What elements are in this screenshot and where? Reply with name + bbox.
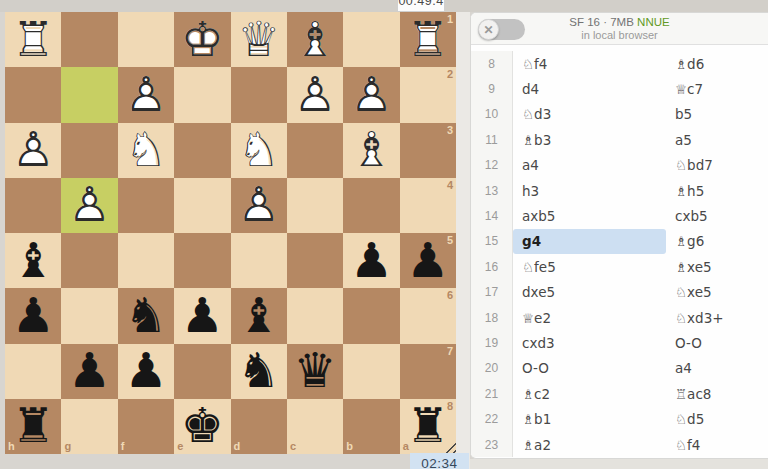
black-pawn: ♟	[343, 233, 399, 288]
square-a8[interactable]: 8a♜	[400, 399, 456, 454]
move-list: 8♘f4♗d69d4♕c710♘d3b511♗b3a512a4♘bd713h3♗…	[471, 45, 768, 457]
engine-panel-header: ✕ SF 16 · 7MB NNUE in local browser	[471, 13, 768, 45]
square-f3[interactable]: ♞♘	[118, 123, 174, 178]
black-knight: ♞	[231, 344, 287, 399]
square-h1[interactable]: ♜♖	[5, 12, 61, 67]
square-d3[interactable]: ♞♘	[231, 123, 287, 178]
move-9-white[interactable]: d4	[513, 76, 666, 101]
file-label-h: h	[8, 441, 15, 452]
page-header-strip	[0, 0, 768, 12]
move-number: 23	[471, 432, 513, 457]
white-pawn: ♟♙	[5, 123, 61, 178]
square-c2[interactable]: ♟♙	[287, 67, 343, 122]
move-9-black[interactable]: ♕c7	[666, 76, 768, 101]
rank-label-7: 7	[447, 346, 453, 357]
square-b2[interactable]: ♟♙	[343, 67, 399, 122]
white-bishop: ♝♗	[287, 12, 343, 67]
engine-analysis-panel: ✕ SF 16 · 7MB NNUE in local browser 8♘f4…	[470, 12, 768, 459]
move-number: 22	[471, 406, 513, 431]
square-b7[interactable]	[343, 344, 399, 399]
file-label-b: b	[346, 441, 353, 452]
move-number: 21	[471, 381, 513, 406]
square-b5[interactable]: ♟	[343, 233, 399, 288]
move-13-black[interactable]: ♗h5	[666, 178, 768, 203]
square-d2[interactable]	[231, 67, 287, 122]
black-clock-time: 02:34	[410, 453, 469, 469]
move-8-white[interactable]: ♘f4	[513, 51, 666, 76]
square-e2[interactable]	[174, 67, 230, 122]
move-17-black[interactable]: ♘xe5	[666, 280, 768, 305]
move-23-white[interactable]: ♗a2	[513, 432, 666, 457]
move-number: 14	[471, 203, 513, 228]
move-16-black[interactable]: ♗xe5	[666, 254, 768, 279]
rank-label-2: 2	[447, 69, 453, 80]
move-13-white[interactable]: h3	[513, 178, 666, 203]
x-icon: ✕	[483, 23, 493, 37]
square-d6[interactable]: ♝	[231, 288, 287, 343]
square-g1[interactable]	[61, 12, 117, 67]
file-label-e: e	[177, 441, 183, 452]
white-clock-time: 00:49.4	[398, 0, 444, 11]
move-22-white[interactable]: ♗b1	[513, 406, 666, 431]
square-g8[interactable]: g	[61, 399, 117, 454]
move-number: 20	[471, 356, 513, 381]
square-h5[interactable]: ♝	[5, 233, 61, 288]
square-c7[interactable]: ♛	[287, 344, 343, 399]
square-e7[interactable]	[174, 344, 230, 399]
move-18-white[interactable]: ♕e2	[513, 305, 666, 330]
square-h8[interactable]: h♜	[5, 399, 61, 454]
square-h4[interactable]	[5, 178, 61, 233]
move-number: 18	[471, 305, 513, 330]
move-number: 11	[471, 127, 513, 152]
move-number: 17	[471, 280, 513, 305]
square-e8[interactable]: e♚	[174, 399, 230, 454]
rank-label-5: 5	[447, 235, 453, 246]
square-h7[interactable]	[5, 344, 61, 399]
square-a1[interactable]: 1♜♖	[400, 12, 456, 67]
move-number: 12	[471, 153, 513, 178]
file-label-a: a	[403, 441, 409, 452]
black-pawn: ♟	[5, 288, 61, 343]
move-10-black[interactable]: b5	[666, 102, 768, 127]
square-g5[interactable]	[61, 233, 117, 288]
black-knight: ♞	[118, 288, 174, 343]
square-e6[interactable]: ♟	[174, 288, 230, 343]
white-pawn: ♟♙	[287, 67, 343, 122]
square-e4[interactable]	[174, 178, 230, 233]
move-14-white[interactable]: axb5	[513, 203, 666, 228]
move-12-white[interactable]: a4	[513, 153, 666, 178]
square-b6[interactable]	[343, 288, 399, 343]
engine-name: SF 16 · 7MB NNUE	[569, 16, 669, 29]
square-a5[interactable]: 5♟	[400, 233, 456, 288]
white-pawn: ♟♙	[61, 178, 117, 233]
rank-label-4: 4	[447, 180, 453, 191]
square-a7[interactable]: 7	[400, 344, 456, 399]
engine-nnue-badge: NNUE	[637, 16, 670, 28]
white-pawn: ♟♙	[231, 178, 287, 233]
square-a4[interactable]: 4	[400, 178, 456, 233]
move-16-white[interactable]: ♘fe5	[513, 254, 666, 279]
square-c1[interactable]: ♝♗	[287, 12, 343, 67]
square-b1[interactable]	[343, 12, 399, 67]
square-f2[interactable]: ♟♙	[118, 67, 174, 122]
square-g4[interactable]: ♟♙	[61, 178, 117, 233]
white-knight: ♞♘	[118, 123, 174, 178]
engine-toggle-knob[interactable]: ✕	[478, 19, 499, 40]
square-a6[interactable]: 6	[400, 288, 456, 343]
move-11-white[interactable]: ♗b3	[513, 127, 666, 152]
board-panel-gap	[456, 12, 470, 469]
move-10-white[interactable]: ♘d3	[513, 102, 666, 127]
move-20-black[interactable]: a4	[666, 356, 768, 381]
chess-board[interactable]: ♜♖♚♔♛♕♝♗1♜♖♟♙♟♙♟♙2♟♙♞♘♞♘♝♗3♟♙♟♙4♝♟5♟♟♞♟♝…	[5, 12, 456, 454]
move-14-black[interactable]: cxb5	[666, 203, 768, 228]
move-17-white[interactable]: dxe5	[513, 280, 666, 305]
file-label-d: d	[234, 441, 241, 452]
black-clock: 02:34	[410, 453, 469, 469]
square-d5[interactable]	[231, 233, 287, 288]
square-d1[interactable]: ♛♕	[231, 12, 287, 67]
square-c5[interactable]	[287, 233, 343, 288]
engine-subtitle: in local browser	[581, 29, 657, 41]
black-pawn: ♟	[118, 344, 174, 399]
white-pawn: ♟♙	[343, 67, 399, 122]
move-number: 16	[471, 254, 513, 279]
square-a2[interactable]: 2	[400, 67, 456, 122]
square-e1[interactable]: ♚♔	[174, 12, 230, 67]
move-number: 8	[471, 51, 513, 76]
file-label-g: g	[64, 441, 71, 452]
square-a3[interactable]: 3	[400, 123, 456, 178]
black-queen: ♛	[287, 344, 343, 399]
square-g6[interactable]	[61, 288, 117, 343]
move-11-black[interactable]: a5	[666, 127, 768, 152]
move-8-black[interactable]: ♗d6	[666, 51, 768, 76]
move-21-black[interactable]: ♖ac8	[666, 381, 768, 406]
square-f7[interactable]: ♟	[118, 344, 174, 399]
black-pawn: ♟	[174, 288, 230, 343]
move-number: 19	[471, 330, 513, 355]
square-f8[interactable]: f	[118, 399, 174, 454]
square-c8[interactable]: c	[287, 399, 343, 454]
file-label-f: f	[121, 441, 125, 452]
square-d7[interactable]: ♞	[231, 344, 287, 399]
move-20-white[interactable]: O-O	[513, 356, 666, 381]
move-12-black[interactable]: ♘bd7	[666, 153, 768, 178]
move-21-white[interactable]: ♗c2	[513, 381, 666, 406]
move-15-black[interactable]: ♗g6	[666, 229, 768, 254]
move-19-white[interactable]: cxd3	[513, 330, 666, 355]
square-c3[interactable]	[287, 123, 343, 178]
white-pawn: ♟♙	[118, 67, 174, 122]
square-d8[interactable]: d	[231, 399, 287, 454]
rank-label-8: 8	[447, 401, 453, 412]
square-h3[interactable]: ♟♙	[5, 123, 61, 178]
white-queen: ♛♕	[231, 12, 287, 67]
square-b3[interactable]: ♝♗	[343, 123, 399, 178]
engine-toggle[interactable]: ✕	[478, 19, 525, 40]
move-number: 10	[471, 102, 513, 127]
move-number: 15	[471, 229, 513, 254]
file-label-c: c	[290, 441, 296, 452]
move-15-white[interactable]: g4	[513, 229, 666, 254]
white-rook: ♜♖	[5, 12, 61, 67]
square-f1[interactable]	[118, 12, 174, 67]
move-23-black[interactable]: ♘f4	[666, 432, 768, 457]
move-18-black[interactable]: ♘xd3+	[666, 305, 768, 330]
black-pawn: ♟	[61, 344, 117, 399]
square-b4[interactable]	[343, 178, 399, 233]
move-22-black[interactable]: ♘d5	[666, 406, 768, 431]
square-g2[interactable]	[61, 67, 117, 122]
square-f4[interactable]	[118, 178, 174, 233]
square-g7[interactable]: ♟	[61, 344, 117, 399]
white-king: ♚♔	[174, 12, 230, 67]
page-background	[470, 459, 768, 469]
white-bishop: ♝♗	[343, 123, 399, 178]
square-f6[interactable]: ♞	[118, 288, 174, 343]
move-number: 13	[471, 178, 513, 203]
square-h2[interactable]	[5, 67, 61, 122]
square-g3[interactable]	[61, 123, 117, 178]
square-f5[interactable]	[118, 233, 174, 288]
square-c4[interactable]	[287, 178, 343, 233]
square-d4[interactable]: ♟♙	[231, 178, 287, 233]
square-b8[interactable]: b	[343, 399, 399, 454]
square-c6[interactable]	[287, 288, 343, 343]
white-knight: ♞♘	[231, 123, 287, 178]
rank-label-1: 1	[447, 14, 453, 25]
square-e5[interactable]	[174, 233, 230, 288]
move-number: 9	[471, 76, 513, 101]
rank-label-3: 3	[447, 125, 453, 136]
black-bishop: ♝	[231, 288, 287, 343]
rank-label-6: 6	[447, 290, 453, 301]
white-clock: 00:49.4	[397, 0, 445, 12]
square-e3[interactable]	[174, 123, 230, 178]
move-19-black[interactable]: O-O	[666, 330, 768, 355]
black-bishop: ♝	[5, 233, 61, 288]
square-h6[interactable]: ♟	[5, 288, 61, 343]
